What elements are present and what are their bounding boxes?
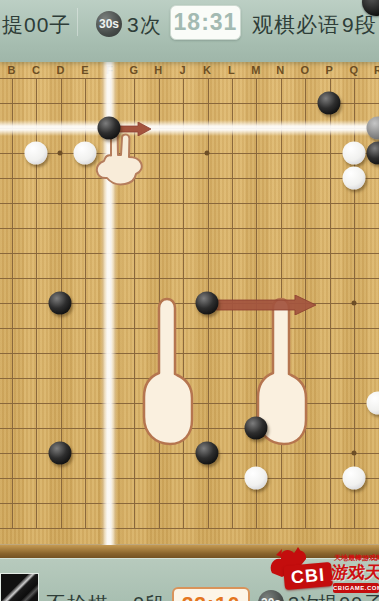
black-stone-F17: [98, 117, 121, 140]
column-label-C: C: [28, 64, 44, 76]
top-byoyomi-periods: 3次: [127, 11, 162, 39]
bottom-captures-count: 提00子: [318, 591, 379, 601]
go-app-screen: { "app_context": "mobile Go (Weiqi) game…: [0, 0, 379, 601]
top-clock: 18:31: [171, 9, 240, 36]
white-stone-C16: [24, 142, 47, 165]
black-stone-M5: [244, 417, 267, 440]
two-finger-tap-hand-icon: [92, 131, 146, 189]
star-point-Q10: [351, 301, 356, 306]
tap-right-arrow-icon: [119, 122, 151, 136]
bottom-byoyomi-periods: 3次: [288, 591, 321, 601]
bottom-player-rank: 0段: [133, 591, 166, 601]
column-label-L: L: [223, 64, 239, 76]
white-stone-M3: [244, 467, 267, 490]
column-label-P: P: [321, 64, 337, 76]
column-label-G: G: [126, 64, 142, 76]
star-point-Q4: [351, 451, 356, 456]
top-player-bar: 提00子 30s 3次 18:31 观棋必语 9段: [0, 0, 379, 62]
column-label-N: N: [272, 64, 288, 76]
column-label-Q: Q: [346, 64, 362, 76]
column-label-B: B: [4, 64, 20, 76]
top-captures-count: 提00子: [2, 11, 71, 39]
top-byoyomi-badge: 30s: [96, 11, 122, 37]
white-stone-Q16: [342, 142, 365, 165]
column-label-R: R: [370, 64, 379, 76]
column-label-M: M: [248, 64, 264, 76]
black-stone-P18: [318, 92, 341, 115]
bottom-clock: 22:10: [174, 592, 248, 601]
bottom-clock-box: 22:10: [172, 587, 250, 601]
go-board[interactable]: BCDEFGHJKLMNOPQR: [0, 62, 379, 558]
black-stone-K10: [196, 292, 219, 315]
column-label-D: D: [52, 64, 68, 76]
top-clock-box: 18:31: [170, 5, 241, 40]
column-label-J: J: [175, 64, 191, 76]
top-player-name: 观棋必语: [252, 11, 340, 39]
black-stone-K4: [196, 442, 219, 465]
black-stone-D10: [49, 292, 72, 315]
column-label-E: E: [77, 64, 93, 76]
column-label-F: F: [101, 64, 117, 76]
bottom-byoyomi-badge: 30s: [258, 590, 284, 601]
column-label-K: K: [199, 64, 215, 76]
bottom-player-name: 不抢棋: [46, 591, 109, 601]
topbar-divider: [77, 8, 78, 36]
swipe-finger-left-icon: [136, 295, 198, 447]
white-stone-Q3: [342, 467, 365, 490]
star-point-K16: [205, 151, 210, 156]
bottom-player-avatar: [0, 573, 39, 601]
star-point-D16: [58, 151, 63, 156]
column-label-H: H: [150, 64, 166, 76]
board-bottom-edge: [0, 544, 379, 559]
column-label-O: O: [297, 64, 313, 76]
black-stone-D4: [49, 442, 72, 465]
white-stone-E16: [73, 142, 96, 165]
bottom-player-bar: 不抢棋 0段 22:10 30s 3次 提00子: [0, 558, 379, 601]
white-stone-Q15: [342, 167, 365, 190]
